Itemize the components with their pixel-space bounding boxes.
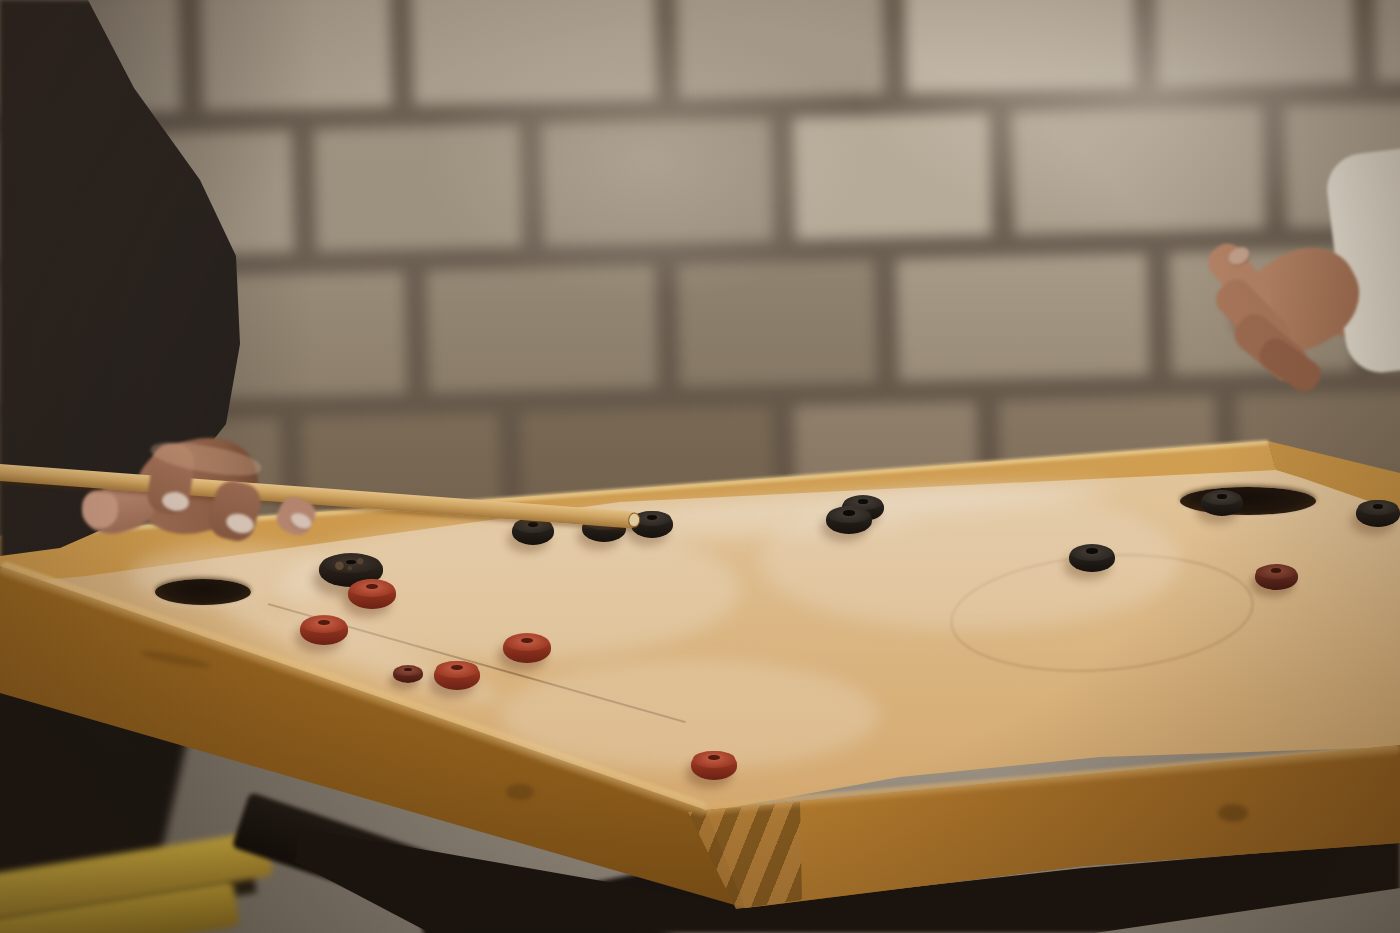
color-cast bbox=[0, 0, 1400, 933]
scene bbox=[0, 0, 1400, 933]
